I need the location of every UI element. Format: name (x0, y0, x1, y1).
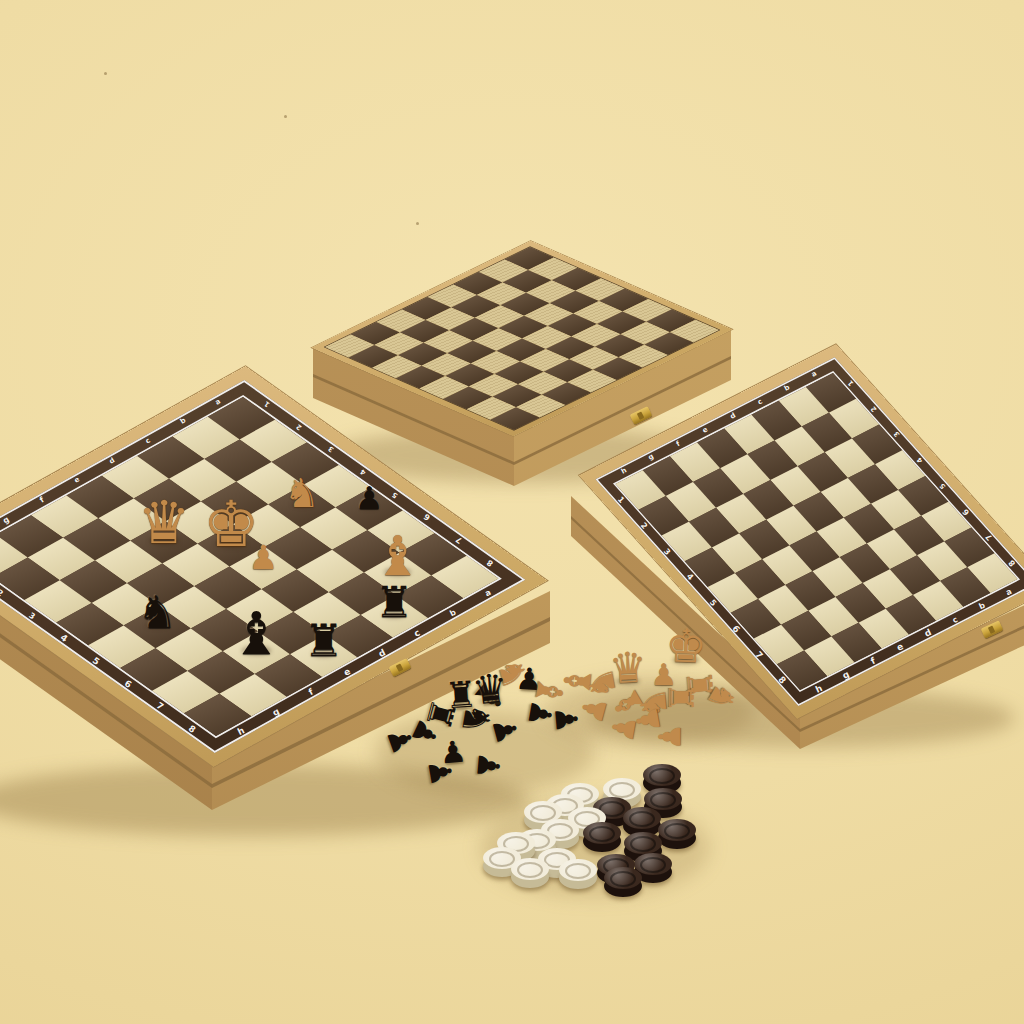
chess-piece-white-queen-e3: ♛ (137, 494, 190, 553)
coordinate-label: e (342, 666, 352, 678)
coordinate-label: d (108, 456, 116, 465)
chess-piece-black-bishop-f7: ♝ (230, 604, 283, 663)
coordinate-label: a (484, 588, 493, 598)
coordinate-label: h (236, 725, 246, 737)
coordinate-label: 5 (91, 655, 102, 667)
coordinate-label: 7 (454, 535, 464, 546)
coordinate-label: e (73, 476, 81, 485)
coordinate-label: d (729, 411, 737, 420)
coordinate-label: e (895, 641, 905, 653)
draughts-piece-dark (658, 819, 696, 849)
coordinate-label: b (179, 417, 187, 426)
coordinate-label: 4 (685, 572, 695, 582)
coordinate-label: 4 (358, 467, 367, 476)
coordinate-label: 1 (263, 399, 272, 408)
chess-piece-black-knight-g5: ♞ (137, 590, 178, 635)
coordinate-label: b (783, 383, 791, 392)
chess-piece-white-pawn-d5: ♟ (248, 541, 278, 574)
coordinate-label: 8 (187, 723, 198, 735)
pile-black-chessman-pawn: ♟ (550, 705, 582, 734)
coordinate-label: 3 (892, 430, 901, 439)
coordinate-label: g (271, 706, 281, 718)
coordinate-label: h (814, 683, 824, 695)
coordinate-label: g (841, 669, 851, 681)
chess-piece-white-knight-b4: ♞ (284, 473, 320, 513)
coordinate-label: 6 (961, 506, 971, 516)
coordinate-label: f (38, 495, 46, 504)
coordinate-label: 7 (984, 532, 994, 542)
pieces-overlay: 1122334455667788aabbccddeeffgghh11223344… (0, 0, 1024, 1024)
coordinate-label: c (756, 397, 764, 406)
draughts-piece-white (559, 859, 597, 889)
pile-black-chessman-pawn: ♟ (381, 723, 418, 759)
coordinate-label: 5 (390, 490, 399, 499)
coordinate-label: c (144, 437, 152, 446)
coordinate-label: 6 (422, 512, 432, 523)
coordinate-label: a (810, 369, 818, 378)
coordinate-label: 7 (753, 649, 765, 660)
coordinate-label: 8 (486, 557, 496, 568)
draughts-piece-white (511, 858, 549, 888)
coordinate-label: 5 (708, 598, 718, 608)
coordinate-label: f (307, 687, 315, 698)
coordinate-label: d (377, 647, 387, 659)
coordinate-label: h (620, 467, 628, 476)
chess-piece-black-rook-c8: ♜ (375, 581, 414, 624)
pile-wood-chessman-pawn: ♟ (607, 713, 641, 745)
pile-black-chessman-pawn: ♟ (487, 714, 523, 748)
chess-piece-black-rook-e8: ♜ (304, 619, 344, 664)
product-photo-scene: 1122334455667788aabbccddeeffgghh11223344… (0, 0, 1024, 1024)
coordinate-label: f (869, 656, 877, 667)
coordinate-label: b (977, 600, 986, 611)
coordinate-label: 4 (915, 456, 924, 465)
coordinate-label: 4 (59, 632, 70, 644)
draughts-piece-dark (604, 867, 642, 897)
pile-black-chessman-pawn: ♟ (472, 751, 504, 780)
coordinate-label: 1 (616, 495, 626, 505)
coordinate-label: g (1, 515, 11, 526)
pile-wood-chessman-knight: ♞ (701, 677, 743, 718)
coordinate-label: c (951, 614, 959, 624)
pile-wood-chessman-pawn: ♟ (655, 723, 685, 750)
coordinate-label: 3 (326, 445, 335, 454)
coordinate-label: f (675, 439, 682, 447)
coordinate-label: b (448, 608, 457, 619)
pile-black-chessman-pawn: ♟ (423, 757, 457, 789)
coordinate-label: 2 (639, 521, 649, 531)
coordinate-label: 8 (777, 675, 789, 686)
coordinate-label: 3 (28, 610, 38, 621)
coordinate-label: c (413, 627, 422, 638)
chess-piece-white-bishop-b7: ♝ (373, 529, 422, 584)
coordinate-label: d (922, 627, 932, 639)
coordinate-label: 6 (123, 678, 134, 690)
coordinate-label: a (1005, 587, 1014, 597)
coordinate-label: a (214, 397, 222, 406)
coordinate-label: 5 (938, 481, 947, 490)
coordinate-label: 2 (869, 404, 878, 413)
coordinate-label: e (701, 425, 709, 434)
coordinate-label: g (647, 453, 655, 462)
coordinate-label: 6 (730, 623, 742, 634)
coordinate-label: 8 (1007, 558, 1017, 568)
coordinate-label: 1 (846, 378, 855, 387)
chess-piece-black-pawn-a5: ♟ (355, 483, 383, 514)
coordinate-label: 7 (155, 700, 166, 712)
coordinate-label: 2 (295, 422, 304, 431)
coordinate-label: 3 (662, 546, 672, 556)
draughts-piece-dark (583, 822, 621, 852)
coordinate-label: 2 (0, 588, 5, 599)
